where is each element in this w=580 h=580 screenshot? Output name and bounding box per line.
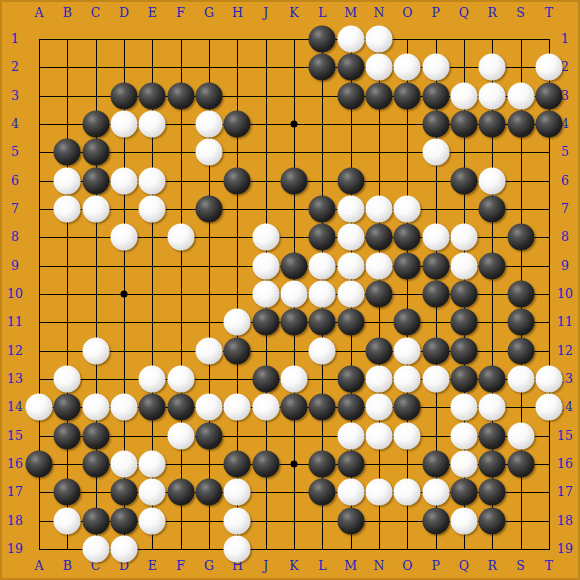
row-label-left: 8 <box>11 231 19 244</box>
white-stone[interactable] <box>394 365 421 392</box>
black-stone[interactable] <box>309 309 336 336</box>
row-label-right: 5 <box>561 146 569 159</box>
row-label-left: 13 <box>7 373 23 386</box>
white-stone[interactable] <box>110 167 137 194</box>
black-stone[interactable] <box>224 450 251 477</box>
white-stone[interactable] <box>224 507 251 534</box>
black-stone[interactable] <box>26 450 53 477</box>
white-stone[interactable] <box>337 26 364 53</box>
column-label-bottom: F <box>176 560 185 573</box>
black-stone[interactable] <box>365 224 392 251</box>
black-stone[interactable] <box>479 195 506 222</box>
white-stone[interactable] <box>110 450 137 477</box>
white-stone[interactable] <box>195 394 222 421</box>
row-label-left: 19 <box>7 543 23 556</box>
black-stone[interactable] <box>167 82 194 109</box>
column-label-bottom: G <box>204 560 214 573</box>
white-stone[interactable] <box>82 535 109 562</box>
black-stone[interactable] <box>82 450 109 477</box>
column-label-top: Q <box>459 7 469 20</box>
column-label-top: A <box>34 7 43 20</box>
black-stone[interactable] <box>252 450 279 477</box>
white-stone[interactable] <box>195 110 222 137</box>
column-label-top: L <box>318 7 326 20</box>
column-label-bottom: E <box>148 560 157 573</box>
column-label-top: T <box>545 7 553 20</box>
black-stone[interactable] <box>365 82 392 109</box>
white-stone[interactable] <box>139 167 166 194</box>
white-stone[interactable] <box>507 82 534 109</box>
black-stone[interactable] <box>337 365 364 392</box>
black-stone[interactable] <box>82 167 109 194</box>
white-stone[interactable] <box>82 394 109 421</box>
black-stone[interactable] <box>535 82 562 109</box>
white-stone[interactable] <box>394 479 421 506</box>
black-stone[interactable] <box>337 450 364 477</box>
column-label-bottom: P <box>431 560 439 573</box>
white-stone[interactable] <box>139 507 166 534</box>
black-stone[interactable] <box>252 365 279 392</box>
row-label-right: 9 <box>561 259 569 272</box>
black-stone[interactable] <box>139 394 166 421</box>
column-label-top: J <box>263 7 268 20</box>
row-label-left: 16 <box>7 458 23 471</box>
white-stone[interactable] <box>139 450 166 477</box>
black-stone[interactable] <box>507 224 534 251</box>
white-stone[interactable] <box>309 280 336 307</box>
row-label-right: 18 <box>557 514 573 527</box>
black-stone[interactable] <box>309 26 336 53</box>
black-stone[interactable] <box>224 337 251 364</box>
white-stone[interactable] <box>365 26 392 53</box>
black-stone[interactable] <box>422 252 449 279</box>
white-stone[interactable] <box>479 82 506 109</box>
white-stone[interactable] <box>54 365 81 392</box>
black-stone[interactable] <box>309 394 336 421</box>
black-stone[interactable] <box>82 139 109 166</box>
row-label-left: 12 <box>7 344 23 357</box>
white-stone[interactable] <box>337 224 364 251</box>
white-stone[interactable] <box>422 224 449 251</box>
column-label-top: C <box>91 7 101 20</box>
white-stone[interactable] <box>252 252 279 279</box>
black-stone[interactable] <box>479 110 506 137</box>
black-stone[interactable] <box>337 394 364 421</box>
black-stone[interactable] <box>479 422 506 449</box>
star-point <box>290 460 297 467</box>
white-stone[interactable] <box>139 365 166 392</box>
white-stone[interactable] <box>224 479 251 506</box>
column-label-bottom: N <box>374 560 385 573</box>
black-stone[interactable] <box>479 479 506 506</box>
black-stone[interactable] <box>139 82 166 109</box>
column-label-top: P <box>431 7 439 20</box>
white-stone[interactable] <box>422 365 449 392</box>
white-stone[interactable] <box>110 535 137 562</box>
white-stone[interactable] <box>450 252 477 279</box>
white-stone[interactable] <box>450 422 477 449</box>
row-label-left: 7 <box>11 203 19 216</box>
row-label-right: 6 <box>561 174 569 187</box>
white-stone[interactable] <box>337 422 364 449</box>
white-stone[interactable] <box>365 252 392 279</box>
white-stone[interactable] <box>110 224 137 251</box>
black-stone[interactable] <box>280 167 307 194</box>
column-label-bottom: S <box>516 560 525 573</box>
white-stone[interactable] <box>422 139 449 166</box>
black-stone[interactable] <box>167 394 194 421</box>
row-label-left: 4 <box>11 118 19 131</box>
black-stone[interactable] <box>422 280 449 307</box>
column-label-top: F <box>176 7 185 20</box>
white-stone[interactable] <box>337 479 364 506</box>
row-label-right: 10 <box>557 288 573 301</box>
star-point <box>290 120 297 127</box>
black-stone[interactable] <box>394 252 421 279</box>
black-stone[interactable] <box>535 110 562 137</box>
column-label-top: D <box>119 7 129 20</box>
white-stone[interactable] <box>54 195 81 222</box>
white-stone[interactable] <box>337 252 364 279</box>
white-stone[interactable] <box>82 337 109 364</box>
black-stone[interactable] <box>365 280 392 307</box>
black-stone[interactable] <box>450 365 477 392</box>
black-stone[interactable] <box>195 82 222 109</box>
white-stone[interactable] <box>110 394 137 421</box>
white-stone[interactable] <box>309 252 336 279</box>
black-stone[interactable] <box>450 309 477 336</box>
black-stone[interactable] <box>309 54 336 81</box>
row-label-left: 5 <box>11 146 19 159</box>
white-stone[interactable] <box>167 224 194 251</box>
white-stone[interactable] <box>479 167 506 194</box>
black-stone[interactable] <box>365 337 392 364</box>
column-label-top: H <box>232 7 243 20</box>
white-stone[interactable] <box>535 394 562 421</box>
star-point <box>120 290 127 297</box>
column-label-bottom: B <box>63 560 72 573</box>
black-stone[interactable] <box>54 479 81 506</box>
white-stone[interactable] <box>394 422 421 449</box>
white-stone[interactable] <box>139 110 166 137</box>
black-stone[interactable] <box>450 280 477 307</box>
black-stone[interactable] <box>422 337 449 364</box>
white-stone[interactable] <box>54 507 81 534</box>
black-stone[interactable] <box>507 280 534 307</box>
column-label-bottom: L <box>318 560 326 573</box>
white-stone[interactable] <box>252 280 279 307</box>
black-stone[interactable] <box>422 82 449 109</box>
white-stone[interactable] <box>195 139 222 166</box>
black-stone[interactable] <box>309 479 336 506</box>
white-stone[interactable] <box>479 394 506 421</box>
row-label-left: 9 <box>11 259 19 272</box>
column-label-top: N <box>374 7 385 20</box>
white-stone[interactable] <box>422 479 449 506</box>
black-stone[interactable] <box>337 82 364 109</box>
column-label-top: S <box>516 7 525 20</box>
row-label-left: 6 <box>11 174 19 187</box>
black-stone[interactable] <box>110 507 137 534</box>
black-stone[interactable] <box>280 394 307 421</box>
white-stone[interactable] <box>535 365 562 392</box>
white-stone[interactable] <box>450 507 477 534</box>
white-stone[interactable] <box>365 195 392 222</box>
column-label-top: E <box>148 7 157 20</box>
white-stone[interactable] <box>337 195 364 222</box>
black-stone[interactable] <box>337 54 364 81</box>
white-stone[interactable] <box>195 337 222 364</box>
white-stone[interactable] <box>337 280 364 307</box>
white-stone[interactable] <box>365 365 392 392</box>
black-stone[interactable] <box>422 110 449 137</box>
white-stone[interactable] <box>54 167 81 194</box>
white-stone[interactable] <box>167 422 194 449</box>
white-stone[interactable] <box>394 337 421 364</box>
column-label-top: M <box>344 7 357 20</box>
row-label-right: 15 <box>557 429 573 442</box>
white-stone[interactable] <box>365 422 392 449</box>
row-label-left: 17 <box>7 486 23 499</box>
black-stone[interactable] <box>479 450 506 477</box>
black-stone[interactable] <box>195 422 222 449</box>
column-label-top: G <box>204 7 214 20</box>
black-stone[interactable] <box>54 422 81 449</box>
black-stone[interactable] <box>309 224 336 251</box>
white-stone[interactable] <box>224 394 251 421</box>
black-stone[interactable] <box>54 139 81 166</box>
white-stone[interactable] <box>450 394 477 421</box>
column-label-bottom: J <box>263 560 268 573</box>
row-label-left: 10 <box>7 288 23 301</box>
black-stone[interactable] <box>195 195 222 222</box>
black-stone[interactable] <box>450 167 477 194</box>
column-label-bottom: Q <box>459 560 469 573</box>
black-stone[interactable] <box>394 394 421 421</box>
white-stone[interactable] <box>224 535 251 562</box>
white-stone[interactable] <box>365 479 392 506</box>
black-stone[interactable] <box>224 110 251 137</box>
white-stone[interactable] <box>82 195 109 222</box>
row-label-left: 18 <box>7 514 23 527</box>
white-stone[interactable] <box>535 54 562 81</box>
white-stone[interactable] <box>394 195 421 222</box>
black-stone[interactable] <box>479 365 506 392</box>
row-label-left: 15 <box>7 429 23 442</box>
white-stone[interactable] <box>309 337 336 364</box>
white-stone[interactable] <box>479 54 506 81</box>
row-label-right: 1 <box>561 33 569 46</box>
white-stone[interactable] <box>252 394 279 421</box>
black-stone[interactable] <box>309 195 336 222</box>
black-stone[interactable] <box>507 337 534 364</box>
row-label-right: 11 <box>557 316 573 329</box>
column-label-top: B <box>63 7 72 20</box>
go-board[interactable]: AABBCCDDEEFFGGHHJJKKLLMMNNOOPPQQRRSSTT11… <box>0 0 580 580</box>
black-stone[interactable] <box>450 479 477 506</box>
row-label-left: 11 <box>7 316 23 329</box>
row-label-left: 14 <box>7 401 23 414</box>
black-stone[interactable] <box>507 450 534 477</box>
white-stone[interactable] <box>507 422 534 449</box>
row-label-left: 1 <box>11 33 19 46</box>
black-stone[interactable] <box>337 309 364 336</box>
white-stone[interactable] <box>224 309 251 336</box>
white-stone[interactable] <box>507 365 534 392</box>
column-label-bottom: M <box>344 560 357 573</box>
row-label-right: 8 <box>561 231 569 244</box>
black-stone[interactable] <box>337 167 364 194</box>
black-stone[interactable] <box>280 252 307 279</box>
column-label-bottom: R <box>488 560 497 573</box>
black-stone[interactable] <box>507 309 534 336</box>
white-stone[interactable] <box>280 280 307 307</box>
black-stone[interactable] <box>450 337 477 364</box>
white-stone[interactable] <box>422 54 449 81</box>
black-stone[interactable] <box>110 82 137 109</box>
white-stone[interactable] <box>167 365 194 392</box>
black-stone[interactable] <box>422 507 449 534</box>
black-stone[interactable] <box>82 110 109 137</box>
white-stone[interactable] <box>26 394 53 421</box>
black-stone[interactable] <box>394 309 421 336</box>
column-label-bottom: K <box>289 560 298 573</box>
black-stone[interactable] <box>507 110 534 137</box>
column-label-top: K <box>289 7 298 20</box>
black-stone[interactable] <box>167 479 194 506</box>
black-stone[interactable] <box>479 252 506 279</box>
black-stone[interactable] <box>479 507 506 534</box>
row-label-left: 2 <box>11 61 19 74</box>
row-label-right: 16 <box>557 458 573 471</box>
black-stone[interactable] <box>394 224 421 251</box>
row-label-right: 17 <box>557 486 573 499</box>
white-stone[interactable] <box>280 365 307 392</box>
black-stone[interactable] <box>422 450 449 477</box>
black-stone[interactable] <box>309 450 336 477</box>
black-stone[interactable] <box>252 309 279 336</box>
column-label-top: R <box>488 7 497 20</box>
black-stone[interactable] <box>82 507 109 534</box>
white-stone[interactable] <box>450 82 477 109</box>
row-label-right: 12 <box>557 344 573 357</box>
black-stone[interactable] <box>224 167 251 194</box>
black-stone[interactable] <box>394 82 421 109</box>
black-stone[interactable] <box>195 479 222 506</box>
column-label-bottom: A <box>34 560 43 573</box>
black-stone[interactable] <box>280 309 307 336</box>
white-stone[interactable] <box>252 224 279 251</box>
column-label-bottom: T <box>545 560 553 573</box>
white-stone[interactable] <box>365 394 392 421</box>
column-label-bottom: O <box>402 560 412 573</box>
white-stone[interactable] <box>450 450 477 477</box>
row-label-right: 19 <box>557 543 573 556</box>
black-stone[interactable] <box>110 479 137 506</box>
black-stone[interactable] <box>450 110 477 137</box>
white-stone[interactable] <box>394 54 421 81</box>
white-stone[interactable] <box>365 54 392 81</box>
white-stone[interactable] <box>139 195 166 222</box>
white-stone[interactable] <box>139 479 166 506</box>
row-label-left: 3 <box>11 89 19 102</box>
black-stone[interactable] <box>82 422 109 449</box>
column-label-top: O <box>402 7 412 20</box>
white-stone[interactable] <box>110 110 137 137</box>
black-stone[interactable] <box>337 507 364 534</box>
row-label-right: 7 <box>561 203 569 216</box>
white-stone[interactable] <box>450 224 477 251</box>
black-stone[interactable] <box>54 394 81 421</box>
